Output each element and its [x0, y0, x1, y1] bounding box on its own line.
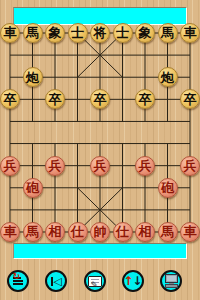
red-horse[interactable]: 馬	[158, 222, 178, 242]
xiangqi-app: 車馬象士将士象馬車炮炮卒卒卒卒卒兵兵兵兵兵砲砲車馬相仕帥仕相馬車 ↻ ◁ ✎ ↑…	[0, 0, 200, 300]
black-soldier[interactable]: 卒	[90, 89, 110, 109]
black-soldier[interactable]: 卒	[135, 89, 155, 109]
board-grid: 車馬象士将士象馬車炮炮卒卒卒卒卒兵兵兵兵兵砲砲車馬相仕帥仕相馬車	[0, 22, 200, 243]
red-advisor[interactable]: 仕	[113, 222, 133, 242]
bottom-status-bar	[13, 243, 187, 259]
skip-to-start-icon: ◁	[51, 276, 62, 287]
black-cannon[interactable]: 炮	[23, 67, 43, 87]
black-advisor[interactable]: 士	[68, 23, 88, 43]
red-elephant[interactable]: 相	[45, 222, 65, 242]
black-elephant[interactable]: 象	[135, 23, 155, 43]
black-general[interactable]: 将	[90, 23, 110, 43]
back-to-start-button[interactable]: ◁	[45, 270, 67, 292]
toolbar: ↻ ◁ ✎ ↑↓	[7, 270, 182, 292]
computer-play-button[interactable]	[160, 270, 182, 292]
red-advisor[interactable]: 仕	[68, 222, 88, 242]
red-chariot[interactable]: 車	[180, 222, 200, 242]
move-list-button[interactable]: ↻	[7, 270, 29, 292]
red-horse[interactable]: 馬	[23, 222, 43, 242]
black-horse[interactable]: 馬	[158, 23, 178, 43]
list-redo-icon: ↻	[13, 276, 24, 286]
red-cannon[interactable]: 砲	[23, 178, 43, 198]
red-soldier[interactable]: 兵	[0, 156, 20, 176]
black-advisor[interactable]: 士	[113, 23, 133, 43]
black-soldier[interactable]: 卒	[180, 89, 200, 109]
red-general[interactable]: 帥	[90, 222, 110, 242]
red-soldier[interactable]: 兵	[180, 156, 200, 176]
computer-monitor-icon	[165, 274, 178, 289]
notepad-pencil-icon: ✎	[88, 276, 102, 287]
black-cannon[interactable]: 炮	[158, 67, 178, 87]
red-soldier[interactable]: 兵	[135, 156, 155, 176]
swap-sides-button[interactable]: ↑↓	[122, 270, 144, 292]
red-cannon[interactable]: 砲	[158, 178, 178, 198]
edit-notes-button[interactable]: ✎	[84, 270, 106, 292]
black-soldier[interactable]: 卒	[45, 89, 65, 109]
black-chariot[interactable]: 車	[180, 23, 200, 43]
red-soldier[interactable]: 兵	[45, 156, 65, 176]
red-chariot[interactable]: 車	[0, 222, 20, 242]
black-elephant[interactable]: 象	[45, 23, 65, 43]
black-soldier[interactable]: 卒	[0, 89, 20, 109]
red-elephant[interactable]: 相	[135, 222, 155, 242]
red-soldier[interactable]: 兵	[90, 156, 110, 176]
up-down-arrows-icon: ↑↓	[123, 275, 142, 287]
black-chariot[interactable]: 車	[0, 23, 20, 43]
black-horse[interactable]: 馬	[23, 23, 43, 43]
